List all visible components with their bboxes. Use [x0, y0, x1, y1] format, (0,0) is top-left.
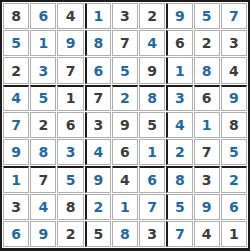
cell-r7c1[interactable]: 1 [3, 166, 29, 192]
cell-r3c9[interactable]: 4 [221, 57, 247, 83]
cell-r7c4[interactable]: 9 [85, 166, 111, 192]
cell-r7c6[interactable]: 6 [139, 166, 165, 192]
cell-r1c5[interactable]: 3 [112, 3, 138, 29]
cell-r4c5[interactable]: 2 [112, 85, 138, 111]
cell-r2c3[interactable]: 9 [57, 30, 83, 56]
cell-r6c6[interactable]: 1 [139, 139, 165, 165]
cell-r2c9[interactable]: 3 [221, 30, 247, 56]
cell-r9c8[interactable]: 4 [194, 221, 220, 247]
cell-r5c5[interactable]: 9 [112, 112, 138, 138]
cell-r9c5[interactable]: 8 [112, 221, 138, 247]
cell-r8c2[interactable]: 4 [30, 194, 56, 220]
cell-r1c7[interactable]: 9 [166, 3, 192, 29]
cell-r9c7[interactable]: 7 [166, 221, 192, 247]
cell-r7c2[interactable]: 7 [30, 166, 56, 192]
cell-r7c8[interactable]: 3 [194, 166, 220, 192]
cell-r9c9[interactable]: 1 [221, 221, 247, 247]
cell-r4c4[interactable]: 7 [85, 85, 111, 111]
cell-r2c1[interactable]: 5 [3, 30, 29, 56]
cell-r1c3[interactable]: 4 [57, 3, 83, 29]
cell-r7c9[interactable]: 2 [221, 166, 247, 192]
cell-r3c7[interactable]: 1 [166, 57, 192, 83]
cell-r9c2[interactable]: 9 [30, 221, 56, 247]
cell-r2c4[interactable]: 8 [85, 30, 111, 56]
cell-r6c4[interactable]: 4 [85, 139, 111, 165]
cell-r3c8[interactable]: 8 [194, 57, 220, 83]
cell-r8c8[interactable]: 9 [194, 194, 220, 220]
cell-r3c3[interactable]: 7 [57, 57, 83, 83]
sudoku-grid: 8641329575198746232376591844517283697263… [0, 0, 250, 251]
cell-r5c3[interactable]: 6 [57, 112, 83, 138]
cell-r1c6[interactable]: 2 [139, 3, 165, 29]
cell-r8c6[interactable]: 7 [139, 194, 165, 220]
cell-r6c9[interactable]: 5 [221, 139, 247, 165]
cell-r6c1[interactable]: 9 [3, 139, 29, 165]
cell-r6c2[interactable]: 8 [30, 139, 56, 165]
cell-r5c4[interactable]: 3 [85, 112, 111, 138]
cell-r7c5[interactable]: 4 [112, 166, 138, 192]
cell-r7c7[interactable]: 8 [166, 166, 192, 192]
cell-r9c1[interactable]: 6 [3, 221, 29, 247]
cell-r4c3[interactable]: 1 [57, 85, 83, 111]
sudoku-board: 8641329575198746232376591844517283697263… [0, 0, 250, 251]
cell-r4c1[interactable]: 4 [3, 85, 29, 111]
cell-r3c1[interactable]: 2 [3, 57, 29, 83]
cell-r4c8[interactable]: 6 [194, 85, 220, 111]
cell-r6c3[interactable]: 3 [57, 139, 83, 165]
cell-r1c4[interactable]: 1 [85, 3, 111, 29]
cell-r5c7[interactable]: 4 [166, 112, 192, 138]
cell-r2c8[interactable]: 2 [194, 30, 220, 56]
cell-r5c9[interactable]: 8 [221, 112, 247, 138]
cell-r8c9[interactable]: 6 [221, 194, 247, 220]
cell-r5c8[interactable]: 1 [194, 112, 220, 138]
cell-r8c3[interactable]: 8 [57, 194, 83, 220]
cell-r3c5[interactable]: 5 [112, 57, 138, 83]
cell-r6c7[interactable]: 2 [166, 139, 192, 165]
cell-r5c1[interactable]: 7 [3, 112, 29, 138]
cell-r9c3[interactable]: 2 [57, 221, 83, 247]
cell-r5c6[interactable]: 5 [139, 112, 165, 138]
cell-r2c2[interactable]: 1 [30, 30, 56, 56]
cell-r1c9[interactable]: 7 [221, 3, 247, 29]
cell-r1c1[interactable]: 8 [3, 3, 29, 29]
cell-r2c5[interactable]: 7 [112, 30, 138, 56]
cell-r5c2[interactable]: 2 [30, 112, 56, 138]
cell-r7c3[interactable]: 5 [57, 166, 83, 192]
cell-r3c2[interactable]: 3 [30, 57, 56, 83]
cell-r2c6[interactable]: 4 [139, 30, 165, 56]
cell-r1c8[interactable]: 5 [194, 3, 220, 29]
cell-r4c2[interactable]: 5 [30, 85, 56, 111]
cell-r8c5[interactable]: 1 [112, 194, 138, 220]
cell-r3c6[interactable]: 9 [139, 57, 165, 83]
cell-r6c5[interactable]: 6 [112, 139, 138, 165]
cell-r2c7[interactable]: 6 [166, 30, 192, 56]
cell-r6c8[interactable]: 7 [194, 139, 220, 165]
cell-r8c7[interactable]: 5 [166, 194, 192, 220]
cell-r4c7[interactable]: 3 [166, 85, 192, 111]
cell-r4c6[interactable]: 8 [139, 85, 165, 111]
cell-r8c4[interactable]: 2 [85, 194, 111, 220]
cell-r3c4[interactable]: 6 [85, 57, 111, 83]
cell-r8c1[interactable]: 3 [3, 194, 29, 220]
cell-r9c4[interactable]: 5 [85, 221, 111, 247]
cell-r4c9[interactable]: 9 [221, 85, 247, 111]
cell-r1c2[interactable]: 6 [30, 3, 56, 29]
cell-r9c6[interactable]: 3 [139, 221, 165, 247]
